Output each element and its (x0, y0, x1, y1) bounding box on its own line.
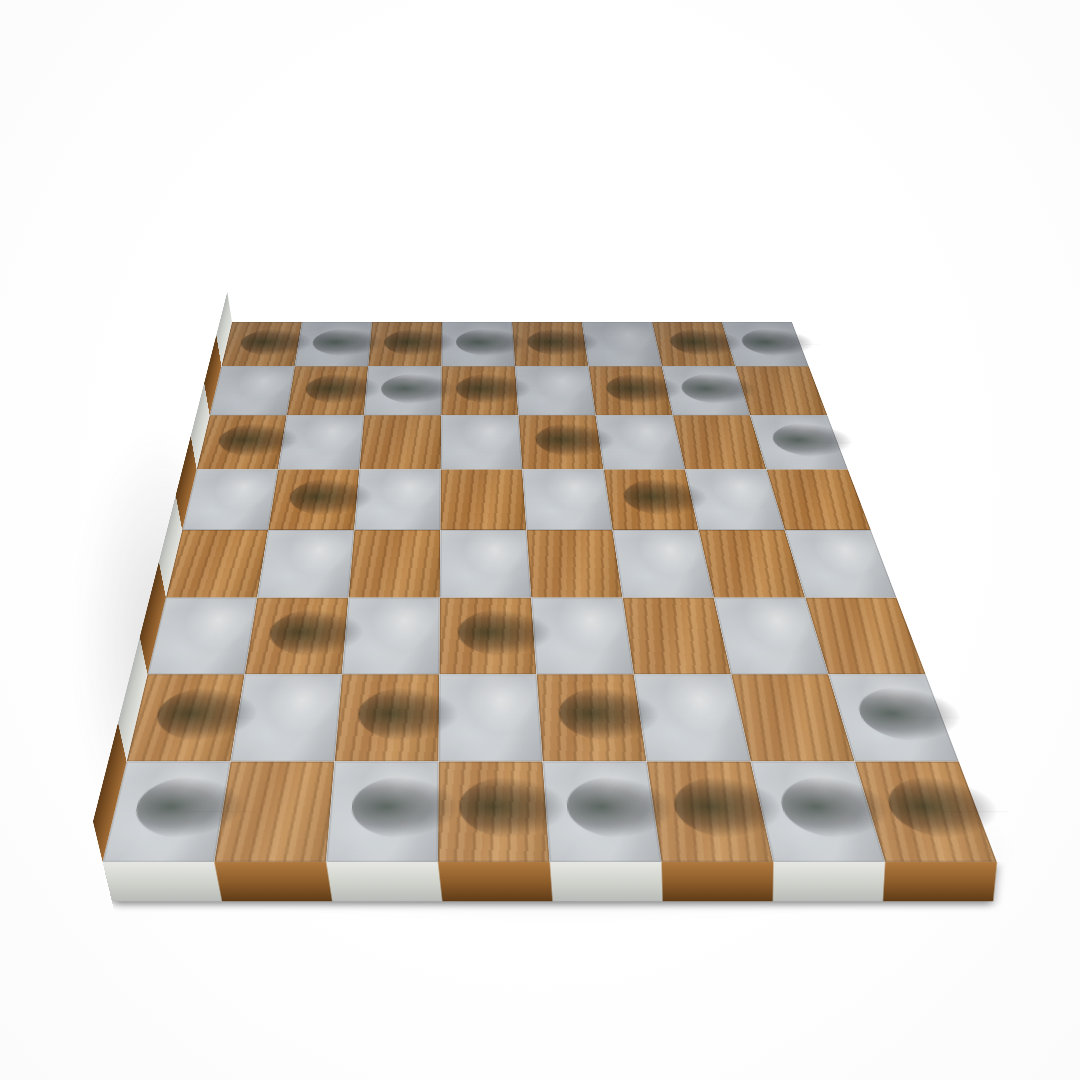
square-a5 (166, 530, 268, 598)
piece-white-pawn-e3: ♟ (519, 415, 604, 469)
front-edge-segment (662, 862, 774, 901)
front-edge-segment (550, 862, 663, 901)
piece-white-rook-a1: ♜ (221, 322, 302, 366)
square-h4 (767, 469, 871, 529)
square-a4 (182, 469, 278, 529)
front-edge-segment (883, 862, 997, 901)
piece-white-pawn-h3: ♟ (750, 415, 848, 469)
front-edge-segment (438, 862, 553, 901)
front-edge-segment (326, 862, 442, 901)
square-d4 (440, 469, 526, 529)
chess-board: ♜♝♛♚♝♞♜♟♟♟♟♟♟♞♟♟♟♟♟♟♝♟♟♜♞♝♚♛♞♜ (103, 322, 998, 862)
square-f5 (613, 530, 714, 598)
photo-scene: ♜♝♛♚♝♞♜♟♟♟♟♟♟♞♟♟♟♟♟♟♝♟♟♜♞♝♚♛♞♜ (0, 0, 1080, 1080)
piece-black-bishop-c8: ♝ (326, 762, 439, 862)
board-front-edge (103, 862, 998, 901)
front-edge-segment (214, 862, 332, 901)
front-edge-segment (773, 862, 885, 901)
square-e4 (522, 469, 612, 529)
square-h5 (785, 530, 897, 598)
piece-black-pawn-f4: ♟ (604, 469, 699, 529)
front-edge-segment (103, 862, 223, 901)
piece-black-knight-b4: ♞ (268, 469, 359, 529)
board-lean-wrapper: ♜♝♛♚♝♞♜♟♟♟♟♟♟♞♟♟♟♟♟♟♝♟♟♜♞♝♚♛♞♜ (0, 0, 1080, 1080)
piece-white-pawn-a3: ♟ (197, 415, 287, 469)
square-d3 (441, 415, 522, 469)
